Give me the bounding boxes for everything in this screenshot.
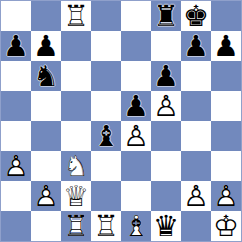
black-king[interactable]: ♚ (181, 1, 211, 31)
black-pawn[interactable]: ♟ (211, 31, 241, 61)
square-g6[interactable] (181, 61, 211, 91)
square-d7[interactable] (91, 31, 121, 61)
square-a1[interactable] (1, 211, 31, 241)
square-a3[interactable]: ♟♙ (1, 151, 31, 181)
white-king[interactable]: ♚♔ (211, 211, 241, 241)
square-g1[interactable] (181, 211, 211, 241)
piece-outline-layer: ♔ (211, 211, 241, 241)
black-pawn[interactable]: ♟ (1, 31, 31, 61)
piece-fill-layer: ♞ (31, 61, 61, 91)
square-f5[interactable]: ♟♙ (151, 91, 181, 121)
square-f1[interactable]: ♛ (151, 211, 181, 241)
square-h4[interactable] (211, 121, 241, 151)
square-e3[interactable] (121, 151, 151, 181)
square-d3[interactable] (91, 151, 121, 181)
square-e2[interactable] (121, 181, 151, 211)
white-knight[interactable]: ♞♘ (61, 151, 91, 181)
piece-outline-layer: ♙ (151, 91, 181, 121)
black-queen[interactable]: ♛ (151, 211, 181, 241)
piece-fill-layer: ♟ (1, 31, 31, 61)
square-b3[interactable] (31, 151, 61, 181)
square-g5[interactable] (181, 91, 211, 121)
piece-outline-layer: ♖ (61, 1, 91, 31)
square-d6[interactable] (91, 61, 121, 91)
white-pawn[interactable]: ♟♙ (121, 121, 151, 151)
square-f6[interactable]: ♟ (151, 61, 181, 91)
square-a2[interactable] (1, 181, 31, 211)
piece-fill-layer: ♟ (31, 31, 61, 61)
square-a6[interactable] (1, 61, 31, 91)
square-b6[interactable]: ♞ (31, 61, 61, 91)
square-b4[interactable] (31, 121, 61, 151)
square-h6[interactable] (211, 61, 241, 91)
square-g7[interactable]: ♟ (181, 31, 211, 61)
white-pawn[interactable]: ♟♙ (181, 181, 211, 211)
piece-outline-layer: ♙ (121, 121, 151, 151)
square-c8[interactable]: ♜♖ (61, 1, 91, 31)
piece-outline-layer: ♗ (121, 211, 151, 241)
square-c4[interactable] (61, 121, 91, 151)
square-g8[interactable]: ♚ (181, 1, 211, 31)
white-pawn[interactable]: ♟♙ (1, 151, 31, 181)
white-rook[interactable]: ♜♖ (91, 211, 121, 241)
white-bishop[interactable]: ♝♗ (121, 211, 151, 241)
square-c6[interactable] (61, 61, 91, 91)
piece-fill-layer: ♚ (181, 1, 211, 31)
chess-board: ♜♖♜♚♟♟♟♟♞♟♟♟♙♝♟♙♟♙♞♘♟♙♛♕♟♙♟♙♜♖♜♖♝♗♛♚♔ (0, 0, 242, 242)
square-e5[interactable]: ♟ (121, 91, 151, 121)
square-h5[interactable] (211, 91, 241, 121)
piece-fill-layer: ♟ (151, 61, 181, 91)
piece-outline-layer: ♙ (181, 181, 211, 211)
square-d5[interactable] (91, 91, 121, 121)
square-b5[interactable] (31, 91, 61, 121)
piece-fill-layer: ♝ (91, 121, 121, 151)
square-h7[interactable]: ♟ (211, 31, 241, 61)
black-pawn[interactable]: ♟ (31, 31, 61, 61)
square-b2[interactable]: ♟♙ (31, 181, 61, 211)
piece-fill-layer: ♛ (151, 211, 181, 241)
square-a5[interactable] (1, 91, 31, 121)
square-e6[interactable] (121, 61, 151, 91)
black-pawn[interactable]: ♟ (181, 31, 211, 61)
white-rook[interactable]: ♜♖ (61, 211, 91, 241)
square-g2[interactable]: ♟♙ (181, 181, 211, 211)
square-h3[interactable] (211, 151, 241, 181)
white-queen[interactable]: ♛♕ (61, 181, 91, 211)
square-b1[interactable] (31, 211, 61, 241)
square-g4[interactable] (181, 121, 211, 151)
square-f8[interactable]: ♜ (151, 1, 181, 31)
square-c2[interactable]: ♛♕ (61, 181, 91, 211)
square-c5[interactable] (61, 91, 91, 121)
piece-fill-layer: ♟ (181, 31, 211, 61)
black-pawn[interactable]: ♟ (151, 61, 181, 91)
piece-fill-layer: ♟ (121, 91, 151, 121)
square-f2[interactable] (151, 181, 181, 211)
piece-fill-layer: ♜ (151, 1, 181, 31)
square-d4[interactable]: ♝ (91, 121, 121, 151)
square-e8[interactable] (121, 1, 151, 31)
square-a7[interactable]: ♟ (1, 31, 31, 61)
black-knight[interactable]: ♞ (31, 61, 61, 91)
black-bishop[interactable]: ♝ (91, 121, 121, 151)
square-h1[interactable]: ♚♔ (211, 211, 241, 241)
square-c1[interactable]: ♜♖ (61, 211, 91, 241)
piece-outline-layer: ♙ (31, 181, 61, 211)
square-d1[interactable]: ♜♖ (91, 211, 121, 241)
square-f7[interactable] (151, 31, 181, 61)
square-c3[interactable]: ♞♘ (61, 151, 91, 181)
white-pawn[interactable]: ♟♙ (31, 181, 61, 211)
piece-outline-layer: ♖ (61, 211, 91, 241)
square-c7[interactable] (61, 31, 91, 61)
square-e7[interactable] (121, 31, 151, 61)
square-h2[interactable]: ♟♙ (211, 181, 241, 211)
white-rook[interactable]: ♜♖ (61, 1, 91, 31)
piece-outline-layer: ♖ (91, 211, 121, 241)
square-e4[interactable]: ♟♙ (121, 121, 151, 151)
piece-outline-layer: ♘ (61, 151, 91, 181)
piece-outline-layer: ♙ (1, 151, 31, 181)
square-d2[interactable] (91, 181, 121, 211)
square-b7[interactable]: ♟ (31, 31, 61, 61)
square-a4[interactable] (1, 121, 31, 151)
square-b8[interactable] (31, 1, 61, 31)
square-d8[interactable] (91, 1, 121, 31)
square-f4[interactable] (151, 121, 181, 151)
white-pawn[interactable]: ♟♙ (151, 91, 181, 121)
black-pawn[interactable]: ♟ (121, 91, 151, 121)
square-h8[interactable] (211, 1, 241, 31)
piece-fill-layer: ♟ (211, 31, 241, 61)
piece-outline-layer: ♕ (61, 181, 91, 211)
piece-outline-layer: ♙ (211, 181, 241, 211)
square-e1[interactable]: ♝♗ (121, 211, 151, 241)
black-rook[interactable]: ♜ (151, 1, 181, 31)
white-pawn[interactable]: ♟♙ (211, 181, 241, 211)
square-g3[interactable] (181, 151, 211, 181)
square-f3[interactable] (151, 151, 181, 181)
square-a8[interactable] (1, 1, 31, 31)
